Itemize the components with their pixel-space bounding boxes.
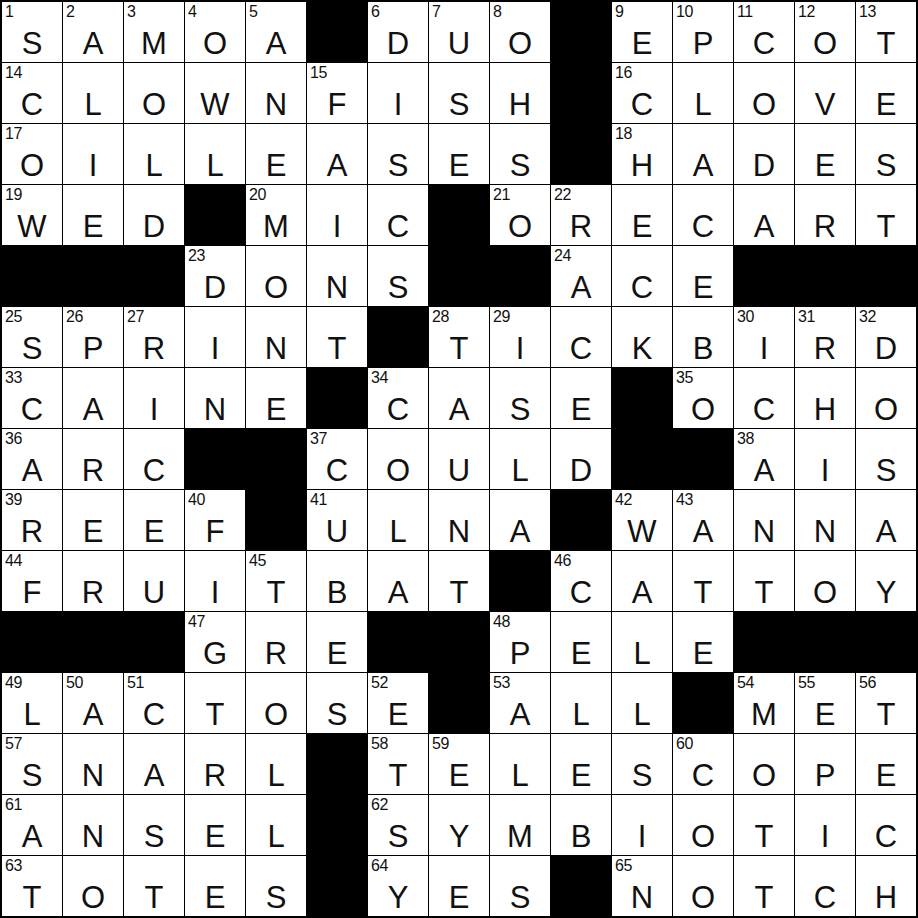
cell-r2c15[interactable]: E <box>856 63 916 123</box>
cell-letter: R <box>124 333 184 364</box>
cell-r6c8[interactable]: 28T <box>429 307 489 367</box>
cell-r3c3[interactable]: L <box>124 124 184 184</box>
cell-letter: C <box>2 89 62 120</box>
cell-r6c1[interactable]: 25S <box>2 307 62 367</box>
cell-letter: T <box>429 333 489 364</box>
cell-letter: O <box>795 577 855 608</box>
cell-r8c3[interactable]: C <box>124 429 184 489</box>
cell-letter: E <box>63 211 123 242</box>
cell-r11c6[interactable]: E <box>307 612 367 672</box>
cell-r9c7[interactable]: L <box>368 490 428 550</box>
cell-r13c2[interactable]: N <box>63 734 123 794</box>
clue-number: 32 <box>859 307 876 327</box>
cell-r3c2[interactable]: I <box>63 124 123 184</box>
cell-r4c14[interactable]: R <box>795 185 855 245</box>
clue-number: 29 <box>493 307 510 327</box>
cell-r8c8[interactable]: U <box>429 429 489 489</box>
cell-r13c9[interactable]: L <box>490 734 550 794</box>
cell-letter: E <box>673 638 733 669</box>
cell-r6c13[interactable]: 30I <box>734 307 794 367</box>
cell-r2c12[interactable]: L <box>673 63 733 123</box>
black-square-r6c7 <box>368 307 428 367</box>
cell-r8c10[interactable]: D <box>551 429 611 489</box>
cell-r12c14[interactable]: 55E <box>795 673 855 733</box>
cell-r10c2[interactable]: R <box>63 551 123 611</box>
black-square-r12c8 <box>429 673 489 733</box>
cell-r12c2[interactable]: 50A <box>63 673 123 733</box>
cell-r4c12[interactable]: C <box>673 185 733 245</box>
cell-r10c8[interactable]: T <box>429 551 489 611</box>
cell-r14c12[interactable]: O <box>673 795 733 855</box>
cell-r4c9[interactable]: 21O <box>490 185 550 245</box>
cell-r1c9[interactable]: 8O <box>490 2 550 62</box>
cell-r8c2[interactable]: R <box>63 429 123 489</box>
cell-letter: E <box>795 699 855 730</box>
cell-r2c9[interactable]: H <box>490 63 550 123</box>
cell-r5c12[interactable]: E <box>673 246 733 306</box>
cell-r3c8[interactable]: E <box>429 124 489 184</box>
cell-letter: O <box>673 821 733 852</box>
cell-r1c7[interactable]: 6D <box>368 2 428 62</box>
cell-r12c13[interactable]: 54M <box>734 673 794 733</box>
clue-number: 50 <box>66 673 83 693</box>
cell-r7c8[interactable]: A <box>429 368 489 428</box>
cell-letter: R <box>795 211 855 242</box>
cell-r9c11[interactable]: 42W <box>612 490 672 550</box>
cell-r1c15[interactable]: 13T <box>856 2 916 62</box>
cell-r9c4[interactable]: 40F <box>185 490 245 550</box>
cell-r9c12[interactable]: 43A <box>673 490 733 550</box>
clue-number: 43 <box>676 490 693 510</box>
cell-r3c12[interactable]: A <box>673 124 733 184</box>
cell-r6c3[interactable]: 27R <box>124 307 184 367</box>
cell-r15c13[interactable]: T <box>734 856 794 916</box>
cell-r8c15[interactable]: S <box>856 429 916 489</box>
cell-r2c13[interactable]: O <box>734 63 794 123</box>
cell-r4c5[interactable]: 20M <box>246 185 306 245</box>
cell-r6c12[interactable]: B <box>673 307 733 367</box>
cell-r4c6[interactable]: I <box>307 185 367 245</box>
cell-r15c4[interactable]: E <box>185 856 245 916</box>
cell-r8c14[interactable]: I <box>795 429 855 489</box>
cell-r12c4[interactable]: T <box>185 673 245 733</box>
cell-r15c9[interactable]: S <box>490 856 550 916</box>
cell-r3c14[interactable]: E <box>795 124 855 184</box>
clue-number: 59 <box>432 734 449 754</box>
cell-letter: H <box>490 89 550 120</box>
cell-r14c14[interactable]: I <box>795 795 855 855</box>
cell-letter: N <box>307 272 367 303</box>
clue-number: 22 <box>554 185 571 205</box>
cell-letter: F <box>2 577 62 608</box>
cell-r14c9[interactable]: M <box>490 795 550 855</box>
clue-number: 4 <box>188 2 196 22</box>
cell-r10c15[interactable]: Y <box>856 551 916 611</box>
cell-r3c4[interactable]: L <box>185 124 245 184</box>
cell-r2c2[interactable]: L <box>63 63 123 123</box>
cell-r1c1[interactable]: 1S <box>2 2 62 62</box>
cell-letter: A <box>673 150 733 181</box>
cell-r6c10[interactable]: C <box>551 307 611 367</box>
cell-r2c7[interactable]: I <box>368 63 428 123</box>
cell-r13c5[interactable]: L <box>246 734 306 794</box>
cell-r5c4[interactable]: 23D <box>185 246 245 306</box>
cell-r15c3[interactable]: T <box>124 856 184 916</box>
cell-r14c10[interactable]: B <box>551 795 611 855</box>
black-square-r4c8 <box>429 185 489 245</box>
cell-letter: I <box>612 821 672 852</box>
cell-r2c14[interactable]: V <box>795 63 855 123</box>
cell-letter: U <box>429 28 489 59</box>
cell-letter: E <box>246 150 306 181</box>
cell-letter: O <box>246 699 306 730</box>
cell-r7c15[interactable]: O <box>856 368 916 428</box>
cell-r15c11[interactable]: 65N <box>612 856 672 916</box>
cell-r7c7[interactable]: 34C <box>368 368 428 428</box>
cell-r7c1[interactable]: 33C <box>2 368 62 428</box>
cell-letter: S <box>307 699 367 730</box>
clue-number: 10 <box>676 2 693 22</box>
cell-r4c10[interactable]: 22R <box>551 185 611 245</box>
cell-r10c4[interactable]: I <box>185 551 245 611</box>
cell-letter: E <box>673 272 733 303</box>
cell-r9c8[interactable]: N <box>429 490 489 550</box>
black-square-r5c14 <box>795 246 855 306</box>
cell-r15c2[interactable]: O <box>63 856 123 916</box>
cell-letter: T <box>368 760 428 791</box>
cell-letter: A <box>63 28 123 59</box>
cell-letter: C <box>673 211 733 242</box>
cell-r2c8[interactable]: S <box>429 63 489 123</box>
cell-letter: S <box>2 760 62 791</box>
cell-r15c8[interactable]: E <box>429 856 489 916</box>
cell-r10c5[interactable]: 45T <box>246 551 306 611</box>
cell-letter: A <box>124 760 184 791</box>
cell-r12c1[interactable]: 49L <box>2 673 62 733</box>
cell-letter: T <box>185 699 245 730</box>
clue-number: 36 <box>5 429 22 449</box>
cell-r9c6[interactable]: 41U <box>307 490 367 550</box>
black-square-r11c3 <box>124 612 184 672</box>
cell-letter: N <box>612 882 672 913</box>
cell-r4c2[interactable]: E <box>63 185 123 245</box>
cell-r6c5[interactable]: N <box>246 307 306 367</box>
cell-letter: S <box>2 28 62 59</box>
cell-r1c12[interactable]: 10P <box>673 2 733 62</box>
cell-letter: M <box>124 28 184 59</box>
cell-r12c10[interactable]: L <box>551 673 611 733</box>
clue-number: 44 <box>5 551 22 571</box>
cell-r12c9[interactable]: 53A <box>490 673 550 733</box>
cell-r3c11[interactable]: 18H <box>612 124 672 184</box>
cell-r7c14[interactable]: H <box>795 368 855 428</box>
cell-r11c9[interactable]: 48P <box>490 612 550 672</box>
cell-r5c5[interactable]: O <box>246 246 306 306</box>
cell-r10c12[interactable]: T <box>673 551 733 611</box>
cell-r13c7[interactable]: 58T <box>368 734 428 794</box>
clue-number: 13 <box>859 2 876 22</box>
cell-r13c11[interactable]: S <box>612 734 672 794</box>
cell-letter: S <box>490 150 550 181</box>
cell-letter: E <box>551 394 611 425</box>
cell-r15c15[interactable]: H <box>856 856 916 916</box>
cell-r14c3[interactable]: S <box>124 795 184 855</box>
cell-r9c9[interactable]: A <box>490 490 550 550</box>
cell-r7c3[interactable]: I <box>124 368 184 428</box>
cell-r9c2[interactable]: E <box>63 490 123 550</box>
cell-r1c2[interactable]: 2A <box>63 2 123 62</box>
cell-r1c11[interactable]: 9E <box>612 2 672 62</box>
cell-letter: E <box>429 760 489 791</box>
black-square-r8c4 <box>185 429 245 489</box>
cell-letter: O <box>63 882 123 913</box>
cell-r8c9[interactable]: L <box>490 429 550 489</box>
cell-r5c11[interactable]: C <box>612 246 672 306</box>
black-square-r15c6 <box>307 856 367 916</box>
cell-r3c15[interactable]: S <box>856 124 916 184</box>
cell-r3c13[interactable]: D <box>734 124 794 184</box>
cell-letter: O <box>490 28 550 59</box>
clue-number: 39 <box>5 490 22 510</box>
cell-r8c7[interactable]: O <box>368 429 428 489</box>
cell-r7c10[interactable]: E <box>551 368 611 428</box>
cell-letter: D <box>124 211 184 242</box>
clue-number: 53 <box>493 673 510 693</box>
cell-r15c7[interactable]: 64Y <box>368 856 428 916</box>
cell-r11c4[interactable]: 47G <box>185 612 245 672</box>
cell-r10c14[interactable]: O <box>795 551 855 611</box>
cell-letter: E <box>795 150 855 181</box>
cell-r4c11[interactable]: E <box>612 185 672 245</box>
black-square-r5c8 <box>429 246 489 306</box>
cell-r12c5[interactable]: O <box>246 673 306 733</box>
clue-number: 23 <box>188 246 205 266</box>
cell-letter: B <box>551 821 611 852</box>
cell-letter: A <box>734 455 794 486</box>
black-square-r14c6 <box>307 795 367 855</box>
cell-letter: C <box>307 455 367 486</box>
cell-r10c1[interactable]: 44F <box>2 551 62 611</box>
cell-r13c13[interactable]: O <box>734 734 794 794</box>
cell-r13c12[interactable]: 60C <box>673 734 733 794</box>
cell-letter: S <box>856 455 916 486</box>
cell-letter: T <box>246 577 306 608</box>
cell-r14c2[interactable]: N <box>63 795 123 855</box>
cell-letter: C <box>734 28 794 59</box>
cell-letter: A <box>2 455 62 486</box>
cell-r4c15[interactable]: T <box>856 185 916 245</box>
cell-letter: R <box>246 638 306 669</box>
cell-r7c2[interactable]: A <box>63 368 123 428</box>
black-square-r1c6 <box>307 2 367 62</box>
clue-number: 16 <box>615 63 632 83</box>
cell-r6c2[interactable]: 26P <box>63 307 123 367</box>
cell-r6c14[interactable]: 31R <box>795 307 855 367</box>
cell-r12c11[interactable]: L <box>612 673 672 733</box>
cell-letter: V <box>795 89 855 120</box>
clue-number: 54 <box>737 673 754 693</box>
cell-r1c13[interactable]: 11C <box>734 2 794 62</box>
cell-r8c1[interactable]: 36A <box>2 429 62 489</box>
cell-r8c6[interactable]: 37C <box>307 429 367 489</box>
cell-letter: L <box>673 89 733 120</box>
cell-letter: I <box>185 333 245 364</box>
cell-r14c11[interactable]: I <box>612 795 672 855</box>
black-square-r5c3 <box>124 246 184 306</box>
cell-r10c7[interactable]: A <box>368 551 428 611</box>
cell-r2c6[interactable]: 15F <box>307 63 367 123</box>
cell-r2c4[interactable]: W <box>185 63 245 123</box>
clue-number: 27 <box>127 307 144 327</box>
cell-r9c14[interactable]: N <box>795 490 855 550</box>
cell-r12c7[interactable]: 52E <box>368 673 428 733</box>
clue-number: 62 <box>371 795 388 815</box>
cell-letter: O <box>795 28 855 59</box>
cell-r2c1[interactable]: 14C <box>2 63 62 123</box>
cell-letter: F <box>185 516 245 547</box>
cell-r4c3[interactable]: D <box>124 185 184 245</box>
cell-r13c3[interactable]: A <box>124 734 184 794</box>
cell-letter: E <box>429 150 489 181</box>
cell-letter: E <box>63 516 123 547</box>
cell-r9c13[interactable]: N <box>734 490 794 550</box>
cell-r10c6[interactable]: B <box>307 551 367 611</box>
black-square-r5c9 <box>490 246 550 306</box>
cell-r7c4[interactable]: N <box>185 368 245 428</box>
cell-r11c12[interactable]: E <box>673 612 733 672</box>
cell-letter: A <box>307 150 367 181</box>
cell-letter: C <box>2 394 62 425</box>
cell-letter: T <box>856 699 916 730</box>
cell-r7c5[interactable]: E <box>246 368 306 428</box>
cell-r1c8[interactable]: 7U <box>429 2 489 62</box>
cell-r6c4[interactable]: I <box>185 307 245 367</box>
cell-r12c6[interactable]: S <box>307 673 367 733</box>
cell-r1c4[interactable]: 4O <box>185 2 245 62</box>
cell-r3c7[interactable]: S <box>368 124 428 184</box>
cell-r5c7[interactable]: S <box>368 246 428 306</box>
cell-r9c15[interactable]: A <box>856 490 916 550</box>
cell-r14c8[interactable]: Y <box>429 795 489 855</box>
cell-r9c3[interactable]: E <box>124 490 184 550</box>
cell-r4c13[interactable]: A <box>734 185 794 245</box>
cell-r6c11[interactable]: K <box>612 307 672 367</box>
cell-r11c10[interactable]: E <box>551 612 611 672</box>
cell-letter: C <box>795 882 855 913</box>
cell-r10c10[interactable]: 46C <box>551 551 611 611</box>
clue-number: 14 <box>5 63 22 83</box>
clue-number: 11 <box>737 2 753 22</box>
cell-r11c11[interactable]: L <box>612 612 672 672</box>
cell-r14c5[interactable]: L <box>246 795 306 855</box>
cell-r5c10[interactable]: 24A <box>551 246 611 306</box>
cell-r13c8[interactable]: 59E <box>429 734 489 794</box>
cell-r15c5[interactable]: S <box>246 856 306 916</box>
cell-r6c15[interactable]: 32D <box>856 307 916 367</box>
cell-r8c13[interactable]: 38A <box>734 429 794 489</box>
cell-r13c15[interactable]: E <box>856 734 916 794</box>
cell-r9c1[interactable]: 39R <box>2 490 62 550</box>
cell-letter: H <box>856 882 916 913</box>
cell-r12c3[interactable]: 51C <box>124 673 184 733</box>
cell-r6c9[interactable]: 29I <box>490 307 550 367</box>
cell-r3c1[interactable]: 17O <box>2 124 62 184</box>
cell-r14c1[interactable]: 61A <box>2 795 62 855</box>
cell-letter: Y <box>368 882 428 913</box>
clue-number: 42 <box>615 490 632 510</box>
cell-r6c6[interactable]: T <box>307 307 367 367</box>
cell-r12c15[interactable]: 56T <box>856 673 916 733</box>
cell-r10c13[interactable]: T <box>734 551 794 611</box>
cell-letter: I <box>63 150 123 181</box>
clue-number: 56 <box>859 673 876 693</box>
black-square-r9c10 <box>551 490 611 550</box>
cell-letter: H <box>612 150 672 181</box>
cell-r1c5[interactable]: 5A <box>246 2 306 62</box>
cell-r13c1[interactable]: 57S <box>2 734 62 794</box>
cell-letter: D <box>734 150 794 181</box>
cell-letter: P <box>490 638 550 669</box>
cell-letter: L <box>490 455 550 486</box>
cell-r5c6[interactable]: N <box>307 246 367 306</box>
cell-r3c6[interactable]: A <box>307 124 367 184</box>
cell-letter: A <box>63 394 123 425</box>
cell-letter: S <box>368 150 428 181</box>
cell-r13c4[interactable]: R <box>185 734 245 794</box>
cell-letter: B <box>673 333 733 364</box>
cell-r1c14[interactable]: 12O <box>795 2 855 62</box>
cell-r4c7[interactable]: C <box>368 185 428 245</box>
black-square-r11c1 <box>2 612 62 672</box>
cell-r14c15[interactable]: C <box>856 795 916 855</box>
cell-letter: U <box>429 455 489 486</box>
clue-number: 58 <box>371 734 388 754</box>
cell-letter: S <box>368 821 428 852</box>
cell-r15c1[interactable]: 63T <box>2 856 62 916</box>
cell-r13c14[interactable]: P <box>795 734 855 794</box>
cell-letter: R <box>2 516 62 547</box>
cell-r3c9[interactable]: S <box>490 124 550 184</box>
cell-r7c13[interactable]: C <box>734 368 794 428</box>
cell-letter: U <box>307 516 367 547</box>
clue-number: 45 <box>249 551 266 571</box>
cell-r15c12[interactable]: O <box>673 856 733 916</box>
cell-r7c12[interactable]: 35O <box>673 368 733 428</box>
cell-letter: O <box>2 150 62 181</box>
cell-r14c7[interactable]: 62S <box>368 795 428 855</box>
cell-r15c14[interactable]: C <box>795 856 855 916</box>
cell-r7c9[interactable]: S <box>490 368 550 428</box>
cell-r14c13[interactable]: T <box>734 795 794 855</box>
cell-r13c10[interactable]: E <box>551 734 611 794</box>
cell-r11c5[interactable]: R <box>246 612 306 672</box>
cell-r2c3[interactable]: O <box>124 63 184 123</box>
cell-letter: E <box>856 760 916 791</box>
clue-number: 47 <box>188 612 205 632</box>
cell-letter: T <box>673 577 733 608</box>
cell-r2c11[interactable]: 16C <box>612 63 672 123</box>
cell-r1c3[interactable]: 3M <box>124 2 184 62</box>
cell-r3c5[interactable]: E <box>246 124 306 184</box>
cell-letter: Y <box>429 821 489 852</box>
cell-r4c1[interactable]: 19W <box>2 185 62 245</box>
cell-r10c3[interactable]: U <box>124 551 184 611</box>
cell-r14c4[interactable]: E <box>185 795 245 855</box>
cell-letter: F <box>307 89 367 120</box>
cell-r10c11[interactable]: A <box>612 551 672 611</box>
cell-letter: E <box>185 821 245 852</box>
cell-r2c5[interactable]: N <box>246 63 306 123</box>
